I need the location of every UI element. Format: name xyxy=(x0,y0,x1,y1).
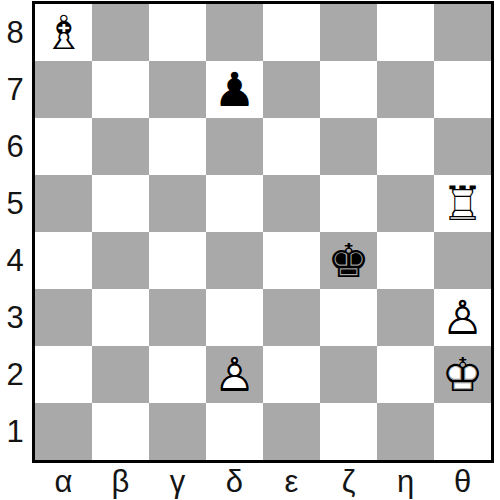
square-h8[interactable] xyxy=(434,4,491,61)
square-a3[interactable] xyxy=(35,289,92,346)
square-b5[interactable] xyxy=(92,175,149,232)
square-a1[interactable] xyxy=(35,403,92,460)
rank-label-8: 8 xyxy=(0,4,30,61)
square-h6[interactable] xyxy=(434,118,491,175)
square-f6[interactable] xyxy=(320,118,377,175)
square-d3[interactable] xyxy=(206,289,263,346)
square-f3[interactable] xyxy=(320,289,377,346)
rank-label-7: 7 xyxy=(0,61,30,118)
black-king-glyph: ♚ xyxy=(320,232,377,289)
rank-label-4: 4 xyxy=(0,232,30,289)
white-rook-glyph: ♖ xyxy=(434,175,491,232)
square-b3[interactable] xyxy=(92,289,149,346)
square-c6[interactable] xyxy=(149,118,206,175)
square-h7[interactable] xyxy=(434,61,491,118)
square-g1[interactable] xyxy=(377,403,434,460)
file-label-g: η xyxy=(377,463,434,500)
square-c4[interactable] xyxy=(149,232,206,289)
square-g8[interactable] xyxy=(377,4,434,61)
square-e1[interactable] xyxy=(263,403,320,460)
black-pawn[interactable]: ♟ xyxy=(206,61,263,118)
square-e8[interactable] xyxy=(263,4,320,61)
square-d5[interactable] xyxy=(206,175,263,232)
rank-labels: 87654321 xyxy=(0,4,30,460)
square-b2[interactable] xyxy=(92,346,149,403)
white-pawn[interactable]: ♟♙ xyxy=(434,289,491,346)
square-f1[interactable] xyxy=(320,403,377,460)
square-c7[interactable] xyxy=(149,61,206,118)
square-f8[interactable] xyxy=(320,4,377,61)
square-d8[interactable] xyxy=(206,4,263,61)
square-h4[interactable] xyxy=(434,232,491,289)
square-f7[interactable] xyxy=(320,61,377,118)
rank-label-5: 5 xyxy=(0,175,30,232)
square-a4[interactable] xyxy=(35,232,92,289)
square-a5[interactable] xyxy=(35,175,92,232)
file-label-d: δ xyxy=(206,463,263,500)
square-c3[interactable] xyxy=(149,289,206,346)
square-b8[interactable] xyxy=(92,4,149,61)
black-king[interactable]: ♚ xyxy=(320,232,377,289)
square-h5[interactable]: ♜♖ xyxy=(434,175,491,232)
rank-label-3: 3 xyxy=(0,289,30,346)
square-g7[interactable] xyxy=(377,61,434,118)
square-e6[interactable] xyxy=(263,118,320,175)
square-e5[interactable] xyxy=(263,175,320,232)
square-d7[interactable]: ♟ xyxy=(206,61,263,118)
file-label-a: α xyxy=(35,463,92,500)
square-d1[interactable] xyxy=(206,403,263,460)
file-label-f: ζ xyxy=(320,463,377,500)
white-pawn-glyph: ♙ xyxy=(206,346,263,403)
rank-label-6: 6 xyxy=(0,118,30,175)
file-label-c: γ xyxy=(149,463,206,500)
file-label-h: θ xyxy=(434,463,491,500)
square-g3[interactable] xyxy=(377,289,434,346)
square-b7[interactable] xyxy=(92,61,149,118)
square-g5[interactable] xyxy=(377,175,434,232)
square-b6[interactable] xyxy=(92,118,149,175)
square-e2[interactable] xyxy=(263,346,320,403)
square-g4[interactable] xyxy=(377,232,434,289)
square-h1[interactable] xyxy=(434,403,491,460)
rank-label-1: 1 xyxy=(0,403,30,460)
square-d6[interactable] xyxy=(206,118,263,175)
square-f5[interactable] xyxy=(320,175,377,232)
file-labels: αβγδεζηθ xyxy=(35,463,491,500)
white-pawn[interactable]: ♟♙ xyxy=(206,346,263,403)
white-rook[interactable]: ♜♖ xyxy=(434,175,491,232)
white-bishop[interactable]: ♝♗ xyxy=(35,4,92,61)
square-e3[interactable] xyxy=(263,289,320,346)
square-a7[interactable] xyxy=(35,61,92,118)
square-e4[interactable] xyxy=(263,232,320,289)
file-label-e: ε xyxy=(263,463,320,500)
square-d4[interactable] xyxy=(206,232,263,289)
white-king[interactable]: ♚♔ xyxy=(434,346,491,403)
square-e7[interactable] xyxy=(263,61,320,118)
black-pawn-glyph: ♟ xyxy=(206,61,263,118)
white-pawn-glyph: ♙ xyxy=(434,289,491,346)
square-b1[interactable] xyxy=(92,403,149,460)
white-king-glyph: ♔ xyxy=(434,346,491,403)
square-c5[interactable] xyxy=(149,175,206,232)
square-d2[interactable]: ♟♙ xyxy=(206,346,263,403)
white-bishop-glyph: ♗ xyxy=(35,4,92,61)
chess-diagram: 87654321 ♝♗♟♜♖♚♟♙♟♙♚♔ αβγδεζηθ xyxy=(0,0,500,500)
square-h3[interactable]: ♟♙ xyxy=(434,289,491,346)
square-h2[interactable]: ♚♔ xyxy=(434,346,491,403)
file-label-b: β xyxy=(92,463,149,500)
square-c8[interactable] xyxy=(149,4,206,61)
square-f4[interactable]: ♚ xyxy=(320,232,377,289)
square-a8[interactable]: ♝♗ xyxy=(35,4,92,61)
square-g6[interactable] xyxy=(377,118,434,175)
square-g2[interactable] xyxy=(377,346,434,403)
square-c1[interactable] xyxy=(149,403,206,460)
square-c2[interactable] xyxy=(149,346,206,403)
square-b4[interactable] xyxy=(92,232,149,289)
chess-board: ♝♗♟♜♖♚♟♙♟♙♚♔ xyxy=(32,1,494,463)
square-f2[interactable] xyxy=(320,346,377,403)
rank-label-2: 2 xyxy=(0,346,30,403)
square-a6[interactable] xyxy=(35,118,92,175)
square-a2[interactable] xyxy=(35,346,92,403)
